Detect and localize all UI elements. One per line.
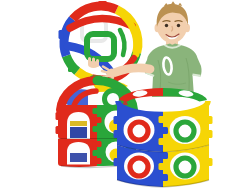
boy-sleeve-cuff-right bbox=[193, 75, 201, 76]
tier2-seam-tab-2 bbox=[159, 163, 169, 170]
tier2-edge-tab-left bbox=[114, 158, 119, 166]
product-photo bbox=[0, 0, 250, 190]
tier2-seam-tab-3 bbox=[159, 174, 169, 181]
ring2-seam-tab-2 bbox=[93, 150, 102, 156]
tier1-seam-tab-2 bbox=[159, 127, 169, 134]
cylinder-tier1 bbox=[114, 101, 213, 152]
boy-forearm bbox=[115, 68, 150, 73]
boy-head bbox=[155, 1, 191, 43]
tier1-seam-tab-1 bbox=[159, 116, 169, 123]
ball-tab-bottomleft bbox=[68, 65, 74, 72]
tier1-edge-tab-left bbox=[114, 116, 119, 124]
scene-svg bbox=[0, 0, 250, 190]
boy bbox=[145, 1, 202, 97]
boy-eye-left bbox=[165, 24, 168, 27]
tier1-edge-tab-right bbox=[208, 116, 213, 124]
ring2-seam-tab-3 bbox=[93, 158, 102, 164]
boy-eye-right bbox=[177, 24, 180, 27]
ring1-edge-tab-2 bbox=[56, 126, 61, 134]
ring2-seam-tab-1 bbox=[93, 141, 102, 147]
ball-tab-left bbox=[59, 30, 64, 39]
ring1-edge-tab-1 bbox=[56, 112, 61, 120]
ring2-inside-blue bbox=[70, 153, 87, 162]
ring1-seam-tab-2 bbox=[93, 117, 102, 123]
ring1-seam-tab-3 bbox=[93, 126, 102, 132]
tier1-seam-tab-3 bbox=[159, 138, 169, 145]
ring1-seam-tab-1 bbox=[93, 108, 102, 114]
tier2-edge-tab-right bbox=[208, 158, 213, 166]
tier1-edge-tab-left2 bbox=[114, 130, 119, 138]
ring1-inside-yellow bbox=[70, 121, 87, 126]
ball-tab-top bbox=[98, 1, 107, 6]
ring1-inside-blue bbox=[70, 127, 87, 138]
tier2-seam-tab-1 bbox=[159, 152, 169, 159]
tier1-edge-tab-right2 bbox=[208, 130, 213, 138]
